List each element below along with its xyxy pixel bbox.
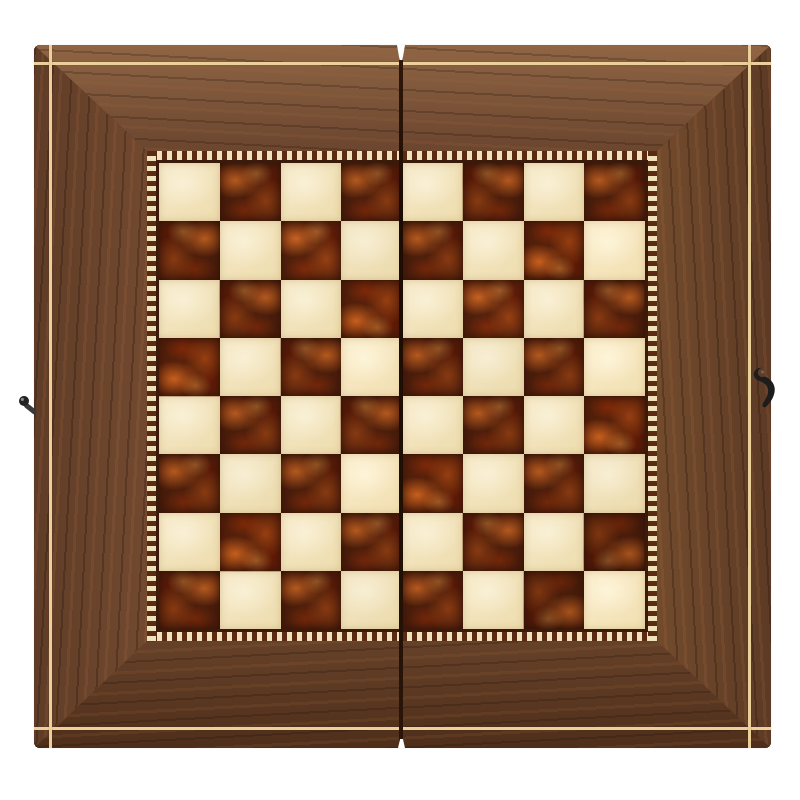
square-d3[interactable]	[341, 454, 402, 512]
square-h5[interactable]	[584, 338, 645, 396]
inlay-line-right	[748, 45, 751, 748]
square-h7[interactable]	[584, 221, 645, 279]
square-g7[interactable]	[524, 221, 585, 279]
square-d2[interactable]	[341, 513, 402, 571]
square-e4[interactable]	[402, 396, 463, 454]
square-c5[interactable]	[281, 338, 342, 396]
square-a7[interactable]	[159, 221, 220, 279]
square-f2[interactable]	[463, 513, 524, 571]
square-d1[interactable]	[341, 571, 402, 629]
square-a1[interactable]	[159, 571, 220, 629]
inlay-line-left	[49, 45, 52, 748]
square-g4[interactable]	[524, 396, 585, 454]
square-g1[interactable]	[524, 571, 585, 629]
square-f6[interactable]	[463, 280, 524, 338]
square-f7[interactable]	[463, 221, 524, 279]
square-a6[interactable]	[159, 280, 220, 338]
square-e1[interactable]	[402, 571, 463, 629]
checkered-ribbon-right	[648, 151, 657, 641]
square-a4[interactable]	[159, 396, 220, 454]
square-g6[interactable]	[524, 280, 585, 338]
square-d8[interactable]	[341, 163, 402, 221]
left-clasp-pin	[17, 392, 41, 422]
square-f5[interactable]	[463, 338, 524, 396]
square-a2[interactable]	[159, 513, 220, 571]
square-c8[interactable]	[281, 163, 342, 221]
square-g8[interactable]	[524, 163, 585, 221]
square-a3[interactable]	[159, 454, 220, 512]
square-h2[interactable]	[584, 513, 645, 571]
hinge-seam	[399, 45, 403, 748]
chess-board	[34, 45, 771, 748]
square-g2[interactable]	[524, 513, 585, 571]
square-d5[interactable]	[341, 338, 402, 396]
square-d7[interactable]	[341, 221, 402, 279]
square-b1[interactable]	[220, 571, 281, 629]
square-a8[interactable]	[159, 163, 220, 221]
square-d4[interactable]	[341, 396, 402, 454]
square-b2[interactable]	[220, 513, 281, 571]
square-b4[interactable]	[220, 396, 281, 454]
square-e8[interactable]	[402, 163, 463, 221]
square-a5[interactable]	[159, 338, 220, 396]
square-c4[interactable]	[281, 396, 342, 454]
square-f3[interactable]	[463, 454, 524, 512]
square-h6[interactable]	[584, 280, 645, 338]
square-b3[interactable]	[220, 454, 281, 512]
square-c7[interactable]	[281, 221, 342, 279]
square-f8[interactable]	[463, 163, 524, 221]
square-h3[interactable]	[584, 454, 645, 512]
square-b6[interactable]	[220, 280, 281, 338]
square-h1[interactable]	[584, 571, 645, 629]
square-e7[interactable]	[402, 221, 463, 279]
photo-background	[0, 0, 800, 800]
square-b8[interactable]	[220, 163, 281, 221]
square-c3[interactable]	[281, 454, 342, 512]
square-e6[interactable]	[402, 280, 463, 338]
square-f4[interactable]	[463, 396, 524, 454]
square-g5[interactable]	[524, 338, 585, 396]
square-c6[interactable]	[281, 280, 342, 338]
right-hook-latch	[753, 365, 787, 417]
square-b7[interactable]	[220, 221, 281, 279]
square-c2[interactable]	[281, 513, 342, 571]
square-e3[interactable]	[402, 454, 463, 512]
square-c1[interactable]	[281, 571, 342, 629]
square-e2[interactable]	[402, 513, 463, 571]
checkered-ribbon-left	[147, 151, 156, 641]
square-h8[interactable]	[584, 163, 645, 221]
square-b5[interactable]	[220, 338, 281, 396]
square-d6[interactable]	[341, 280, 402, 338]
square-f1[interactable]	[463, 571, 524, 629]
square-g3[interactable]	[524, 454, 585, 512]
square-h4[interactable]	[584, 396, 645, 454]
square-e5[interactable]	[402, 338, 463, 396]
